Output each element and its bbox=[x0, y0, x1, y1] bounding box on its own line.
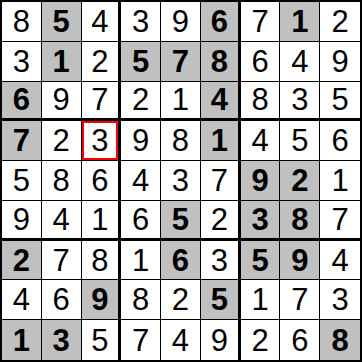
sudoku-cell-r5c1[interactable]: 5 bbox=[2, 161, 42, 201]
sudoku-cell-r4c1[interactable]: 7 bbox=[2, 121, 42, 161]
sudoku-cell-r2c6[interactable]: 8 bbox=[201, 42, 241, 82]
sudoku-cell-r5c9[interactable]: 1 bbox=[320, 161, 360, 201]
sudoku-cell-r6c1[interactable]: 9 bbox=[2, 201, 42, 241]
sudoku-cell-r8c6[interactable]: 5 bbox=[201, 280, 241, 320]
sudoku-cell-r1c8[interactable]: 1 bbox=[280, 2, 320, 42]
sudoku-cell-r7c3[interactable]: 8 bbox=[82, 241, 122, 281]
sudoku-cell-r9c5[interactable]: 4 bbox=[161, 320, 201, 360]
sudoku-cell-r1c4[interactable]: 3 bbox=[121, 2, 161, 42]
sudoku-cell-r3c5[interactable]: 1 bbox=[161, 82, 201, 122]
sudoku-cell-r8c1[interactable]: 4 bbox=[2, 280, 42, 320]
sudoku-cell-r3c3[interactable]: 7 bbox=[82, 82, 122, 122]
sudoku-cell-r3c9[interactable]: 5 bbox=[320, 82, 360, 122]
sudoku-cell-r5c3[interactable]: 6 bbox=[82, 161, 122, 201]
sudoku-cell-r8c9[interactable]: 3 bbox=[320, 280, 360, 320]
sudoku-cell-r8c5[interactable]: 2 bbox=[161, 280, 201, 320]
sudoku-cell-r9c3[interactable]: 5 bbox=[82, 320, 122, 360]
sudoku-cell-r6c2[interactable]: 4 bbox=[42, 201, 82, 241]
sudoku-cell-r7c1[interactable]: 2 bbox=[2, 241, 42, 281]
sudoku-cell-r2c1[interactable]: 3 bbox=[2, 42, 42, 82]
sudoku-cell-r5c6[interactable]: 7 bbox=[201, 161, 241, 201]
sudoku-cell-r4c7[interactable]: 4 bbox=[241, 121, 281, 161]
sudoku-cell-r1c1[interactable]: 8 bbox=[2, 2, 42, 42]
sudoku-cell-r1c5[interactable]: 9 bbox=[161, 2, 201, 42]
sudoku-cell-r3c7[interactable]: 8 bbox=[241, 82, 281, 122]
sudoku-cell-r6c5[interactable]: 5 bbox=[161, 201, 201, 241]
sudoku-cell-r3c8[interactable]: 3 bbox=[280, 82, 320, 122]
sudoku-cell-r8c8[interactable]: 7 bbox=[280, 280, 320, 320]
sudoku-cell-r8c2[interactable]: 6 bbox=[42, 280, 82, 320]
sudoku-cell-r9c7[interactable]: 2 bbox=[241, 320, 281, 360]
sudoku-cell-r9c4[interactable]: 7 bbox=[121, 320, 161, 360]
sudoku-cell-r1c6[interactable]: 6 bbox=[201, 2, 241, 42]
sudoku-cell-r7c8[interactable]: 9 bbox=[280, 241, 320, 281]
sudoku-cell-r4c5[interactable]: 8 bbox=[161, 121, 201, 161]
sudoku-cell-r4c9[interactable]: 6 bbox=[320, 121, 360, 161]
sudoku-cell-r7c5[interactable]: 6 bbox=[161, 241, 201, 281]
sudoku-cell-r4c2[interactable]: 2 bbox=[42, 121, 82, 161]
sudoku-cell-r3c2[interactable]: 9 bbox=[42, 82, 82, 122]
sudoku-cell-r2c3[interactable]: 2 bbox=[82, 42, 122, 82]
sudoku-cell-r4c3[interactable]: 3 bbox=[82, 121, 122, 161]
sudoku-cell-r7c6[interactable]: 3 bbox=[201, 241, 241, 281]
sudoku-cell-r3c1[interactable]: 6 bbox=[2, 82, 42, 122]
sudoku-board: 8543967123125786496972148357239814565864… bbox=[0, 0, 362, 362]
sudoku-cell-r2c8[interactable]: 4 bbox=[280, 42, 320, 82]
sudoku-cell-r6c3[interactable]: 1 bbox=[82, 201, 122, 241]
sudoku-cell-r6c6[interactable]: 2 bbox=[201, 201, 241, 241]
sudoku-cell-r5c7[interactable]: 9 bbox=[241, 161, 281, 201]
sudoku-cell-r7c2[interactable]: 7 bbox=[42, 241, 82, 281]
sudoku-cell-r9c6[interactable]: 9 bbox=[201, 320, 241, 360]
sudoku-cell-r7c9[interactable]: 4 bbox=[320, 241, 360, 281]
sudoku-cell-r6c4[interactable]: 6 bbox=[121, 201, 161, 241]
sudoku-cell-r7c7[interactable]: 5 bbox=[241, 241, 281, 281]
sudoku-cell-r5c4[interactable]: 4 bbox=[121, 161, 161, 201]
sudoku-cell-r3c6[interactable]: 4 bbox=[201, 82, 241, 122]
sudoku-cell-r4c8[interactable]: 5 bbox=[280, 121, 320, 161]
sudoku-cell-r1c2[interactable]: 5 bbox=[42, 2, 82, 42]
sudoku-cell-r6c9[interactable]: 7 bbox=[320, 201, 360, 241]
sudoku-cell-r5c5[interactable]: 3 bbox=[161, 161, 201, 201]
sudoku-cell-r4c6[interactable]: 1 bbox=[201, 121, 241, 161]
sudoku-cell-r2c9[interactable]: 9 bbox=[320, 42, 360, 82]
sudoku-cell-r2c4[interactable]: 5 bbox=[121, 42, 161, 82]
sudoku-cell-r5c8[interactable]: 2 bbox=[280, 161, 320, 201]
sudoku-cell-r8c4[interactable]: 8 bbox=[121, 280, 161, 320]
sudoku-cell-r7c4[interactable]: 1 bbox=[121, 241, 161, 281]
sudoku-cell-r1c7[interactable]: 7 bbox=[241, 2, 281, 42]
sudoku-cell-r4c4[interactable]: 9 bbox=[121, 121, 161, 161]
sudoku-cell-r2c5[interactable]: 7 bbox=[161, 42, 201, 82]
sudoku-cell-r9c2[interactable]: 3 bbox=[42, 320, 82, 360]
sudoku-cell-r6c7[interactable]: 3 bbox=[241, 201, 281, 241]
sudoku-cell-r5c2[interactable]: 8 bbox=[42, 161, 82, 201]
sudoku-cell-r1c9[interactable]: 2 bbox=[320, 2, 360, 42]
sudoku-cell-r9c1[interactable]: 1 bbox=[2, 320, 42, 360]
sudoku-cell-r1c3[interactable]: 4 bbox=[82, 2, 122, 42]
sudoku-cell-r2c2[interactable]: 1 bbox=[42, 42, 82, 82]
sudoku-cell-r9c9[interactable]: 8 bbox=[320, 320, 360, 360]
sudoku-cell-r6c8[interactable]: 8 bbox=[280, 201, 320, 241]
sudoku-cell-r2c7[interactable]: 6 bbox=[241, 42, 281, 82]
sudoku-cell-r8c3[interactable]: 9 bbox=[82, 280, 122, 320]
sudoku-cell-r8c7[interactable]: 1 bbox=[241, 280, 281, 320]
sudoku-cell-r3c4[interactable]: 2 bbox=[121, 82, 161, 122]
sudoku-cell-r9c8[interactable]: 6 bbox=[280, 320, 320, 360]
